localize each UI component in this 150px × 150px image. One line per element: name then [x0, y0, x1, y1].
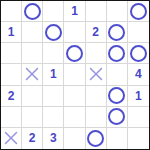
clue-number: 1 [135, 90, 142, 102]
cell-r5c4[interactable] [86, 107, 107, 128]
puzzle-board: 112142123 [0, 0, 150, 150]
circle-mark [130, 3, 147, 20]
circle-mark [108, 24, 125, 41]
cell-r4c0[interactable]: 2 [1, 86, 22, 107]
cell-r2c4[interactable] [86, 43, 107, 64]
cell-r5c6[interactable] [128, 107, 149, 128]
cell-r0c5[interactable] [107, 1, 128, 22]
cell-r0c3[interactable]: 1 [64, 1, 85, 22]
clue-number: 3 [50, 132, 57, 144]
circle-mark [108, 108, 125, 125]
cell-r2c1[interactable] [22, 43, 43, 64]
cell-r3c2[interactable]: 1 [43, 64, 64, 85]
cell-r5c3[interactable] [64, 107, 85, 128]
cell-r5c0[interactable] [1, 107, 22, 128]
cell-r4c2[interactable] [43, 86, 64, 107]
cell-r1c2[interactable] [43, 22, 64, 43]
cell-r1c3[interactable] [64, 22, 85, 43]
cell-r3c3[interactable] [64, 64, 85, 85]
cell-r3c0[interactable] [1, 64, 22, 85]
clue-number: 1 [50, 68, 57, 80]
cell-r0c0[interactable] [1, 1, 22, 22]
cell-r0c1[interactable] [22, 1, 43, 22]
cell-r1c6[interactable] [128, 22, 149, 43]
cell-r6c2[interactable]: 3 [43, 128, 64, 149]
cell-r4c3[interactable] [64, 86, 85, 107]
cell-r2c6[interactable] [128, 43, 149, 64]
cell-r3c1[interactable] [22, 64, 43, 85]
clue-number: 2 [92, 26, 99, 38]
cell-r6c1[interactable]: 2 [22, 128, 43, 149]
clue-number: 1 [8, 26, 15, 38]
cell-r4c6[interactable]: 1 [128, 86, 149, 107]
cell-r4c1[interactable] [22, 86, 43, 107]
cell-r6c0[interactable] [1, 128, 22, 149]
cell-r4c4[interactable] [86, 86, 107, 107]
x-mark [24, 66, 40, 82]
clue-number: 2 [8, 90, 15, 102]
cell-r1c1[interactable] [22, 22, 43, 43]
cell-r4c5[interactable] [107, 86, 128, 107]
circle-mark [108, 45, 125, 62]
x-mark [88, 66, 104, 82]
cell-r1c0[interactable]: 1 [1, 22, 22, 43]
cell-r6c4[interactable] [86, 128, 107, 149]
circle-mark [66, 45, 83, 62]
cell-r5c1[interactable] [22, 107, 43, 128]
cell-r6c5[interactable] [107, 128, 128, 149]
clue-number: 2 [29, 132, 36, 144]
cell-r3c4[interactable] [86, 64, 107, 85]
cell-r5c5[interactable] [107, 107, 128, 128]
cell-r3c6[interactable]: 4 [128, 64, 149, 85]
cell-r2c3[interactable] [64, 43, 85, 64]
cell-r5c2[interactable] [43, 107, 64, 128]
cell-r2c5[interactable] [107, 43, 128, 64]
circle-mark [108, 87, 125, 104]
circle-mark [130, 45, 147, 62]
circle-mark [24, 3, 41, 20]
cell-r1c5[interactable] [107, 22, 128, 43]
cell-r6c3[interactable] [64, 128, 85, 149]
cell-r2c0[interactable] [1, 43, 22, 64]
cell-r1c4[interactable]: 2 [86, 22, 107, 43]
cell-r6c6[interactable] [128, 128, 149, 149]
clue-number: 1 [71, 5, 78, 17]
circle-mark [45, 24, 62, 41]
cell-r0c2[interactable] [43, 1, 64, 22]
cell-r0c4[interactable] [86, 1, 107, 22]
circle-mark [87, 130, 104, 147]
clue-number: 4 [135, 68, 142, 80]
cell-r0c6[interactable] [128, 1, 149, 22]
cell-r2c2[interactable] [43, 43, 64, 64]
cell-r3c5[interactable] [107, 64, 128, 85]
x-mark [3, 130, 19, 146]
